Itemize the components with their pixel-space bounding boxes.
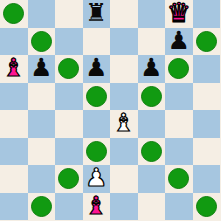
black-pawn-f6[interactable]: ♟ xyxy=(140,55,162,81)
move-indicator-dot-d5[interactable] xyxy=(86,86,107,107)
square-d2[interactable]: ♟ xyxy=(83,165,111,193)
chess-board: ♜♛♟♝♟♟♟♝♟♝ xyxy=(0,0,220,220)
square-a6[interactable]: ♝ xyxy=(0,55,28,83)
black-pawn-g7[interactable]: ♟ xyxy=(168,28,190,54)
move-indicator-dot-b1[interactable] xyxy=(31,196,52,217)
square-e7[interactable] xyxy=(110,28,138,56)
black-rook-d8[interactable]: ♜ xyxy=(85,0,107,26)
square-b4[interactable] xyxy=(28,110,56,138)
square-c7[interactable] xyxy=(55,28,83,56)
square-e3[interactable] xyxy=(110,138,138,166)
move-indicator-dot-b7[interactable] xyxy=(31,31,52,52)
square-b1[interactable] xyxy=(28,193,56,221)
move-indicator-dot-g2[interactable] xyxy=(168,168,189,189)
square-f8[interactable] xyxy=(138,0,166,28)
square-e6[interactable] xyxy=(110,55,138,83)
move-indicator-dot-f3[interactable] xyxy=(141,141,162,162)
square-e4[interactable]: ♝ xyxy=(110,110,138,138)
square-d4[interactable] xyxy=(83,110,111,138)
square-d1[interactable]: ♝ xyxy=(83,193,111,221)
square-b3[interactable] xyxy=(28,138,56,166)
black-pawn-b6[interactable]: ♟ xyxy=(30,55,52,81)
move-indicator-dot-h7[interactable] xyxy=(196,31,217,52)
move-indicator-dot-a8[interactable] xyxy=(3,3,24,24)
square-c6[interactable] xyxy=(55,55,83,83)
square-h3[interactable] xyxy=(193,138,221,166)
square-f7[interactable] xyxy=(138,28,166,56)
square-a2[interactable] xyxy=(0,165,28,193)
square-g2[interactable] xyxy=(165,165,193,193)
square-g7[interactable]: ♟ xyxy=(165,28,193,56)
square-c5[interactable] xyxy=(55,83,83,111)
square-f3[interactable] xyxy=(138,138,166,166)
square-b8[interactable] xyxy=(28,0,56,28)
square-d7[interactable] xyxy=(83,28,111,56)
square-h5[interactable] xyxy=(193,83,221,111)
square-b5[interactable] xyxy=(28,83,56,111)
square-c2[interactable] xyxy=(55,165,83,193)
square-a8[interactable] xyxy=(0,0,28,28)
square-g8[interactable]: ♛ xyxy=(165,0,193,28)
square-f4[interactable] xyxy=(138,110,166,138)
square-c3[interactable] xyxy=(55,138,83,166)
square-e1[interactable] xyxy=(110,193,138,221)
square-f6[interactable]: ♟ xyxy=(138,55,166,83)
move-indicator-dot-c2[interactable] xyxy=(58,168,79,189)
square-g4[interactable] xyxy=(165,110,193,138)
square-g1[interactable] xyxy=(165,193,193,221)
square-f2[interactable] xyxy=(138,165,166,193)
move-indicator-dot-f5[interactable] xyxy=(141,86,162,107)
square-a4[interactable] xyxy=(0,110,28,138)
magenta-bishop-d1[interactable]: ♝ xyxy=(85,193,107,219)
magenta-queen-g8[interactable]: ♛ xyxy=(167,0,191,26)
square-f1[interactable] xyxy=(138,193,166,221)
square-a7[interactable] xyxy=(0,28,28,56)
square-d3[interactable] xyxy=(83,138,111,166)
white-bishop-e4[interactable]: ♝ xyxy=(113,110,135,136)
square-e2[interactable] xyxy=(110,165,138,193)
square-c1[interactable] xyxy=(55,193,83,221)
square-a1[interactable] xyxy=(0,193,28,221)
square-h6[interactable] xyxy=(193,55,221,83)
square-e8[interactable] xyxy=(110,0,138,28)
square-b2[interactable] xyxy=(28,165,56,193)
move-indicator-dot-h1[interactable] xyxy=(196,196,217,217)
move-indicator-dot-d3[interactable] xyxy=(86,141,107,162)
square-d6[interactable]: ♟ xyxy=(83,55,111,83)
square-e5[interactable] xyxy=(110,83,138,111)
square-d8[interactable]: ♜ xyxy=(83,0,111,28)
square-h2[interactable] xyxy=(193,165,221,193)
square-d5[interactable] xyxy=(83,83,111,111)
square-h4[interactable] xyxy=(193,110,221,138)
square-h1[interactable] xyxy=(193,193,221,221)
square-g3[interactable] xyxy=(165,138,193,166)
square-c4[interactable] xyxy=(55,110,83,138)
square-h7[interactable] xyxy=(193,28,221,56)
square-b7[interactable] xyxy=(28,28,56,56)
square-b6[interactable]: ♟ xyxy=(28,55,56,83)
square-f5[interactable] xyxy=(138,83,166,111)
black-pawn-d6[interactable]: ♟ xyxy=(85,55,107,81)
white-pawn-d2[interactable]: ♟ xyxy=(85,165,107,191)
square-g5[interactable] xyxy=(165,83,193,111)
magenta-bishop-a6[interactable]: ♝ xyxy=(3,55,25,81)
move-indicator-dot-g6[interactable] xyxy=(168,58,189,79)
square-c8[interactable] xyxy=(55,0,83,28)
square-a5[interactable] xyxy=(0,83,28,111)
square-a3[interactable] xyxy=(0,138,28,166)
square-h8[interactable] xyxy=(193,0,221,28)
move-indicator-dot-c6[interactable] xyxy=(58,58,79,79)
square-g6[interactable] xyxy=(165,55,193,83)
